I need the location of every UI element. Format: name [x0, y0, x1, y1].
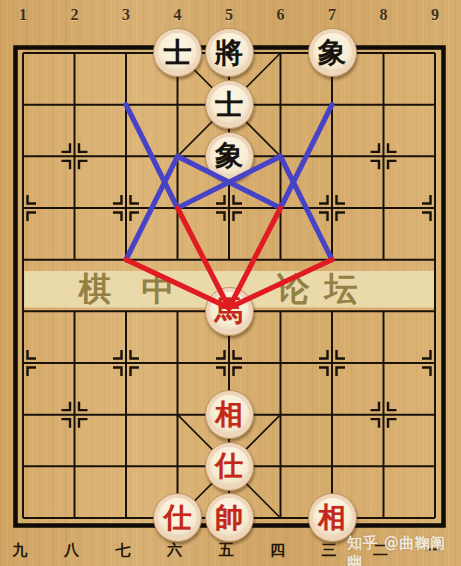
xiangqi-diagram: 棋中论坛 123456789 九八七六五四三二一 士將象士象馬相仕仕帥相 知乎 … — [0, 0, 461, 566]
piece-black-general[interactable]: 將 — [205, 28, 254, 77]
file-label-top-1: 1 — [19, 6, 27, 24]
file-label-top-9: 9 — [431, 6, 439, 24]
file-label-bottom-2: 八 — [64, 541, 79, 560]
file-label-bottom-1: 九 — [13, 541, 28, 560]
piece-red-advisor[interactable]: 仕 — [153, 493, 202, 542]
piece-red-elephant[interactable]: 相 — [205, 390, 254, 439]
piece-red-advisor[interactable]: 仕 — [205, 442, 254, 491]
file-label-bottom-5: 五 — [219, 541, 234, 560]
file-label-top-6: 6 — [277, 6, 285, 24]
file-label-top-7: 7 — [328, 6, 336, 24]
file-label-bottom-3: 七 — [116, 541, 131, 560]
file-label-bottom-6: 四 — [270, 541, 285, 560]
piece-black-elephant[interactable]: 象 — [205, 132, 254, 181]
piece-black-elephant[interactable]: 象 — [308, 28, 357, 77]
file-label-top-5: 5 — [225, 6, 233, 24]
board-intersections: 士將象士象馬相仕仕帥相 — [0, 27, 461, 544]
piece-black-advisor[interactable]: 士 — [153, 28, 202, 77]
file-label-bottom-4: 六 — [167, 541, 182, 560]
piece-red-general[interactable]: 帥 — [205, 493, 254, 542]
piece-red-horse[interactable]: 馬 — [205, 287, 254, 336]
file-label-top-4: 4 — [174, 6, 182, 24]
file-label-top-3: 3 — [122, 6, 130, 24]
file-label-top-2: 2 — [71, 6, 79, 24]
file-label-top-8: 8 — [380, 6, 388, 24]
file-label-bottom-7: 三 — [322, 541, 337, 560]
piece-black-advisor[interactable]: 士 — [205, 80, 254, 129]
zhihu-credit-watermark: 知乎 @曲鞠阐幽 — [347, 534, 461, 566]
